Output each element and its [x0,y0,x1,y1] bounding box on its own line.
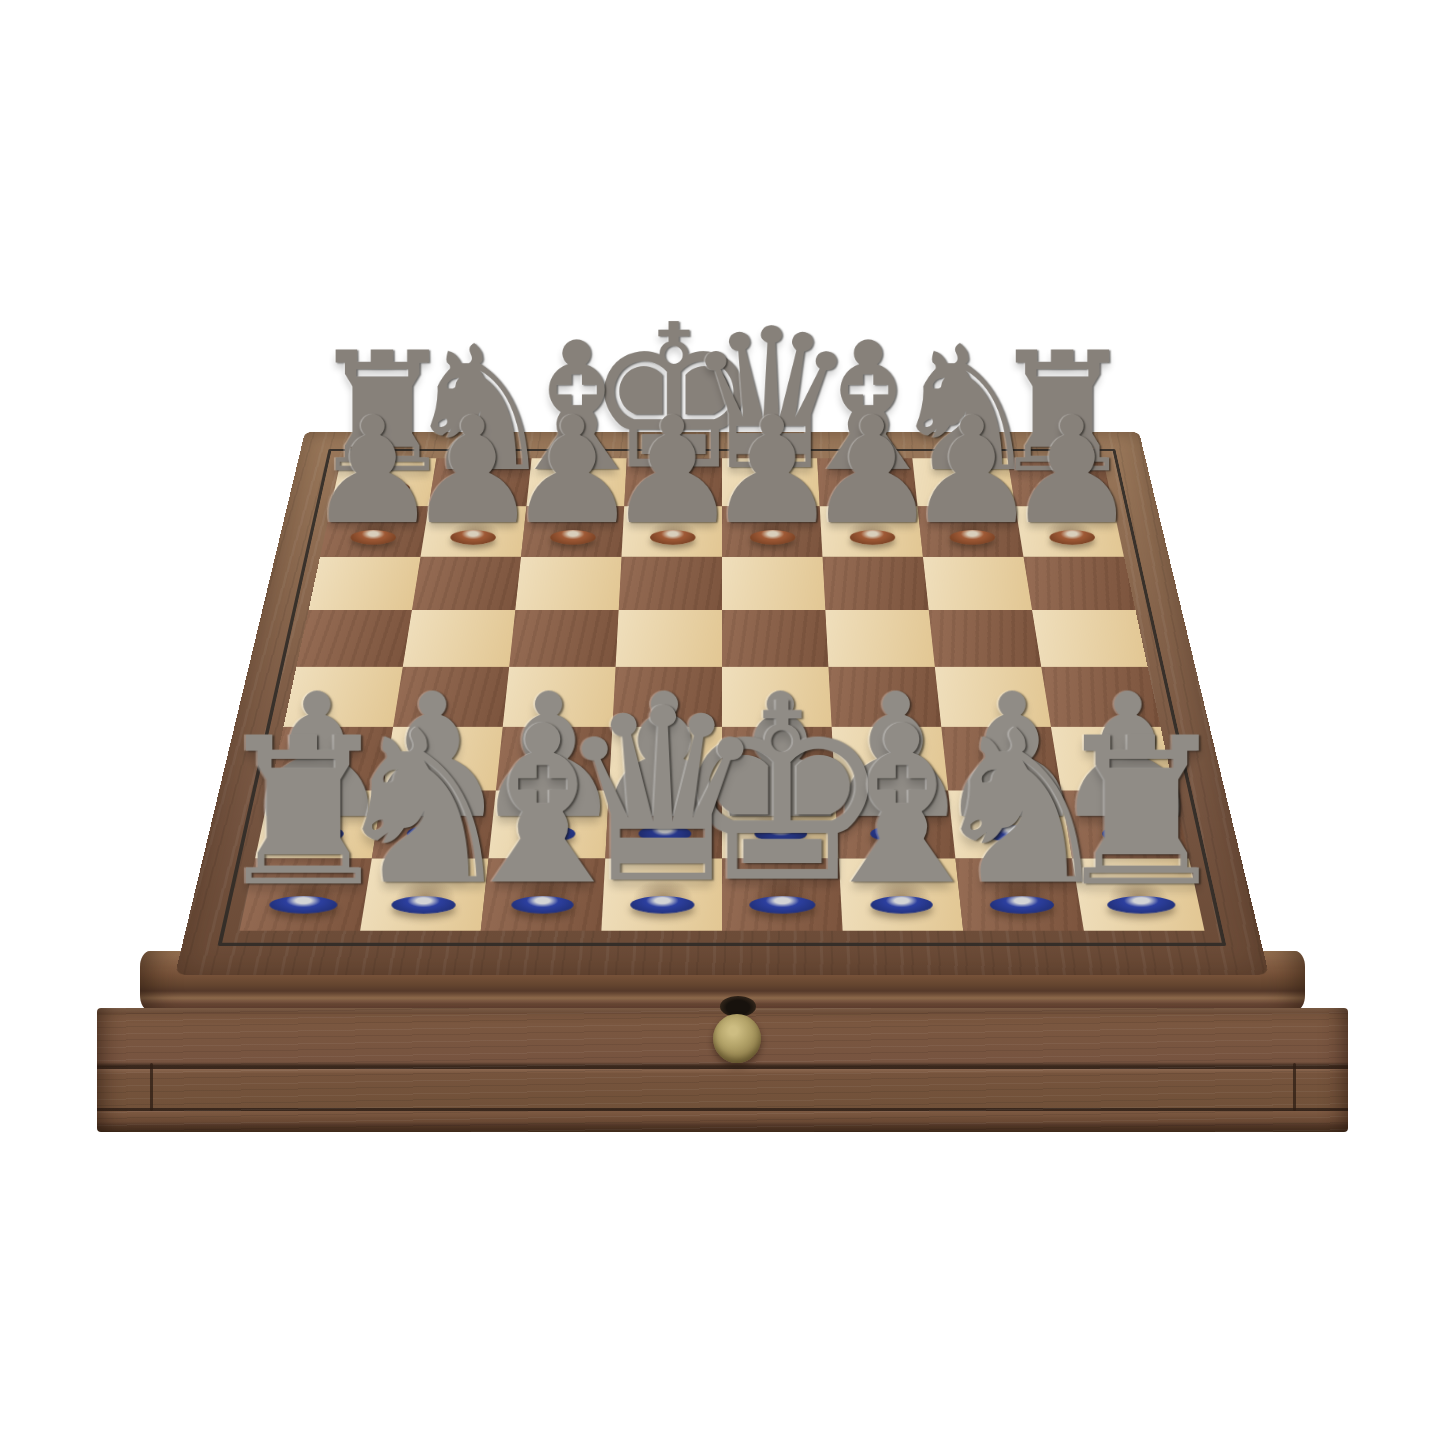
white-bishop-f1: ♝ [804,706,999,913]
piece-base [550,530,595,545]
chess-board: ♜♞♝♚♛♝♞♜♟♟♟♟♟♟♟♟♟♟♟♟♟♟♟♟♜♞♝♛♚♝♞♜ [175,432,1269,975]
piece-base [649,530,694,545]
piece-base [749,530,794,545]
rook-glyph: ♜ [211,719,394,907]
white-queen-d1: ♛ [555,687,770,914]
square-d1: ♛ [601,858,722,930]
square-a1: ♜ [240,858,372,930]
piece-base [450,530,495,545]
drawer-seam-left [150,1063,153,1111]
white-rook-a1: ♜ [211,719,394,914]
square-h1: ♜ [1072,858,1204,930]
square-b6 [412,557,521,610]
board-squares: ♜♞♝♚♛♝♞♜♟♟♟♟♟♟♟♟♟♟♟♟♟♟♟♟♜♞♝♛♚♝♞♜ [240,458,1205,930]
piece-base [849,530,894,545]
pawn-glyph: ♟ [1005,403,1137,539]
piece-base [269,896,337,914]
queen-glyph: ♛ [555,687,770,907]
square-h7: ♟ [1015,506,1124,557]
square-h6 [1023,557,1135,610]
square-g6 [923,557,1032,610]
drawer-knob [713,1014,761,1063]
black-pawn-h7: ♟ [1005,403,1137,545]
square-f6 [822,557,928,610]
square-a6 [309,557,421,610]
piece-base [949,530,994,545]
square-f1: ♝ [839,858,964,930]
square-e6 [722,557,825,610]
white-rook-h1: ♜ [1049,719,1232,914]
bishop-glyph: ♝ [804,706,999,907]
board-scene: ♜♞♝♚♛♝♞♜♟♟♟♟♟♟♟♟♟♟♟♟♟♟♟♟♜♞♝♛♚♝♞♜ [175,105,1269,975]
chess-set-product-photo: ♜♞♝♚♛♝♞♜♟♟♟♟♟♟♟♟♟♟♟♟♟♟♟♟♜♞♝♛♚♝♞♜ [0,0,1445,1445]
piece-base [870,896,932,914]
piece-base [1107,896,1175,914]
drawer-seam-right [1293,1063,1296,1111]
piece-base [350,530,395,545]
rook-glyph: ♜ [1049,719,1232,907]
piece-base [1049,530,1094,545]
walnut-frame: ♜♞♝♚♛♝♞♜♟♟♟♟♟♟♟♟♟♟♟♟♟♟♟♟♜♞♝♛♚♝♞♜ [175,432,1269,975]
square-c6 [515,557,621,610]
square-d6 [619,557,722,610]
piece-base [630,896,694,914]
